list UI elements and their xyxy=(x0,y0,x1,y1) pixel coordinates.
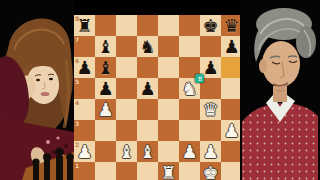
square-d8[interactable] xyxy=(137,15,158,36)
square-g4[interactable]: ♛ xyxy=(200,99,221,120)
square-h1[interactable] xyxy=(221,162,242,180)
square-f8[interactable] xyxy=(179,15,200,36)
square-a2[interactable]: 2♟ xyxy=(74,141,95,162)
square-h4[interactable] xyxy=(221,99,242,120)
square-b7[interactable]: ♝ xyxy=(95,36,116,57)
square-c2[interactable]: ♝ xyxy=(116,141,137,162)
square-c1[interactable] xyxy=(116,162,137,180)
piece-white-pawn-f2: ♟ xyxy=(179,141,200,162)
square-a5[interactable]: 5 xyxy=(74,78,95,99)
square-e2[interactable] xyxy=(158,141,179,162)
square-g3[interactable] xyxy=(200,120,221,141)
square-g1[interactable]: ♚ xyxy=(200,162,221,180)
rank-label-4: 4 xyxy=(75,99,79,106)
square-d1[interactable] xyxy=(137,162,158,180)
square-d7[interactable]: ♞ xyxy=(137,36,158,57)
ear xyxy=(259,59,267,73)
piece-black-bishop-b7: ♝ xyxy=(95,36,116,57)
square-a7[interactable]: 7 xyxy=(74,36,95,57)
right-player-illustration xyxy=(240,0,320,180)
rank-label-6: 6 xyxy=(75,57,79,64)
square-e6[interactable] xyxy=(158,57,179,78)
left-player-photo xyxy=(0,0,74,180)
square-e5[interactable] xyxy=(158,78,179,99)
square-d3[interactable] xyxy=(137,120,158,141)
square-d4[interactable] xyxy=(137,99,158,120)
square-e7[interactable] xyxy=(158,36,179,57)
square-h2[interactable] xyxy=(221,141,242,162)
piece-black-pawn-d5: ♟ xyxy=(137,78,158,99)
piece-white-pawn-h3: ♟ xyxy=(221,120,242,141)
thumbnail-stage: 8♜♚♛7♝♞♟6♟♝♟5♟♟♞!!4♟♛3♟2♟♝♝♟♟1♜♚ xyxy=(0,0,320,180)
rank-label-3: 3 xyxy=(75,120,79,127)
square-h5[interactable] xyxy=(221,78,242,99)
piece-black-knight-d7: ♞ xyxy=(137,36,158,57)
square-c5[interactable] xyxy=(116,78,137,99)
piece-white-pawn-b4: ♟ xyxy=(95,99,116,120)
rank-label-8: 8 xyxy=(75,15,79,22)
square-h3[interactable]: ♟ xyxy=(221,120,242,141)
square-e1[interactable]: ♜ xyxy=(158,162,179,180)
square-b3[interactable] xyxy=(95,120,116,141)
brilliant-move-badge: !! xyxy=(195,74,204,83)
eye xyxy=(36,79,40,82)
square-a8[interactable]: 8♜ xyxy=(74,15,95,36)
face xyxy=(262,41,300,87)
left-player-illustration xyxy=(0,0,74,180)
rank-label-7: 7 xyxy=(75,36,79,43)
right-player-photo xyxy=(240,0,320,180)
square-e4[interactable] xyxy=(158,99,179,120)
square-a6[interactable]: 6♟ xyxy=(74,57,95,78)
square-f2[interactable]: ♟ xyxy=(179,141,200,162)
piece-white-bishop-c2: ♝ xyxy=(116,141,137,162)
square-f4[interactable] xyxy=(179,99,200,120)
rank-label-5: 5 xyxy=(75,78,79,85)
piece-white-pawn-g2: ♟ xyxy=(200,141,221,162)
square-g7[interactable] xyxy=(200,36,221,57)
square-a3[interactable]: 3 xyxy=(74,120,95,141)
square-h8[interactable]: ♛ xyxy=(221,15,242,36)
square-b5[interactable]: ♟ xyxy=(95,78,116,99)
square-c6[interactable] xyxy=(116,57,137,78)
piece-white-king-g1: ♚ xyxy=(200,162,221,180)
square-f1[interactable] xyxy=(179,162,200,180)
square-c8[interactable] xyxy=(116,15,137,36)
square-b6[interactable]: ♝ xyxy=(95,57,116,78)
square-a1[interactable]: 1 xyxy=(74,162,95,180)
square-c4[interactable] xyxy=(116,99,137,120)
square-e8[interactable] xyxy=(158,15,179,36)
piece-black-pawn-h7: ♟ xyxy=(221,36,242,57)
rank-label-1: 1 xyxy=(75,162,79,169)
piece-black-king-g8: ♚ xyxy=(200,15,221,36)
piece-black-pawn-b5: ♟ xyxy=(95,78,116,99)
square-a4[interactable]: 4 xyxy=(74,99,95,120)
square-f5[interactable]: ♞!! xyxy=(179,78,200,99)
chess-board: 8♜♚♛7♝♞♟6♟♝♟5♟♟♞!!4♟♛3♟2♟♝♝♟♟1♜♚ xyxy=(74,15,242,180)
square-b1[interactable] xyxy=(95,162,116,180)
square-c3[interactable] xyxy=(116,120,137,141)
piece-white-bishop-d2: ♝ xyxy=(137,141,158,162)
square-g8[interactable]: ♚ xyxy=(200,15,221,36)
square-d6[interactable] xyxy=(137,57,158,78)
piece-white-rook-e1: ♜ xyxy=(158,162,179,180)
square-b4[interactable]: ♟ xyxy=(95,99,116,120)
mouth xyxy=(41,92,50,96)
square-d2[interactable]: ♝ xyxy=(137,141,158,162)
square-e3[interactable] xyxy=(158,120,179,141)
square-d5[interactable]: ♟ xyxy=(137,78,158,99)
square-b8[interactable] xyxy=(95,15,116,36)
eye xyxy=(49,78,53,81)
rank-label-2: 2 xyxy=(75,141,79,148)
square-h6[interactable] xyxy=(221,57,242,78)
square-g2[interactable]: ♟ xyxy=(200,141,221,162)
square-f3[interactable] xyxy=(179,120,200,141)
square-b2[interactable] xyxy=(95,141,116,162)
piece-black-bishop-b6: ♝ xyxy=(95,57,116,78)
square-c7[interactable] xyxy=(116,36,137,57)
square-h7[interactable]: ♟ xyxy=(221,36,242,57)
square-f7[interactable] xyxy=(179,36,200,57)
piece-black-queen-h8: ♛ xyxy=(221,15,242,36)
piece-white-queen-g4: ♛ xyxy=(200,99,221,120)
